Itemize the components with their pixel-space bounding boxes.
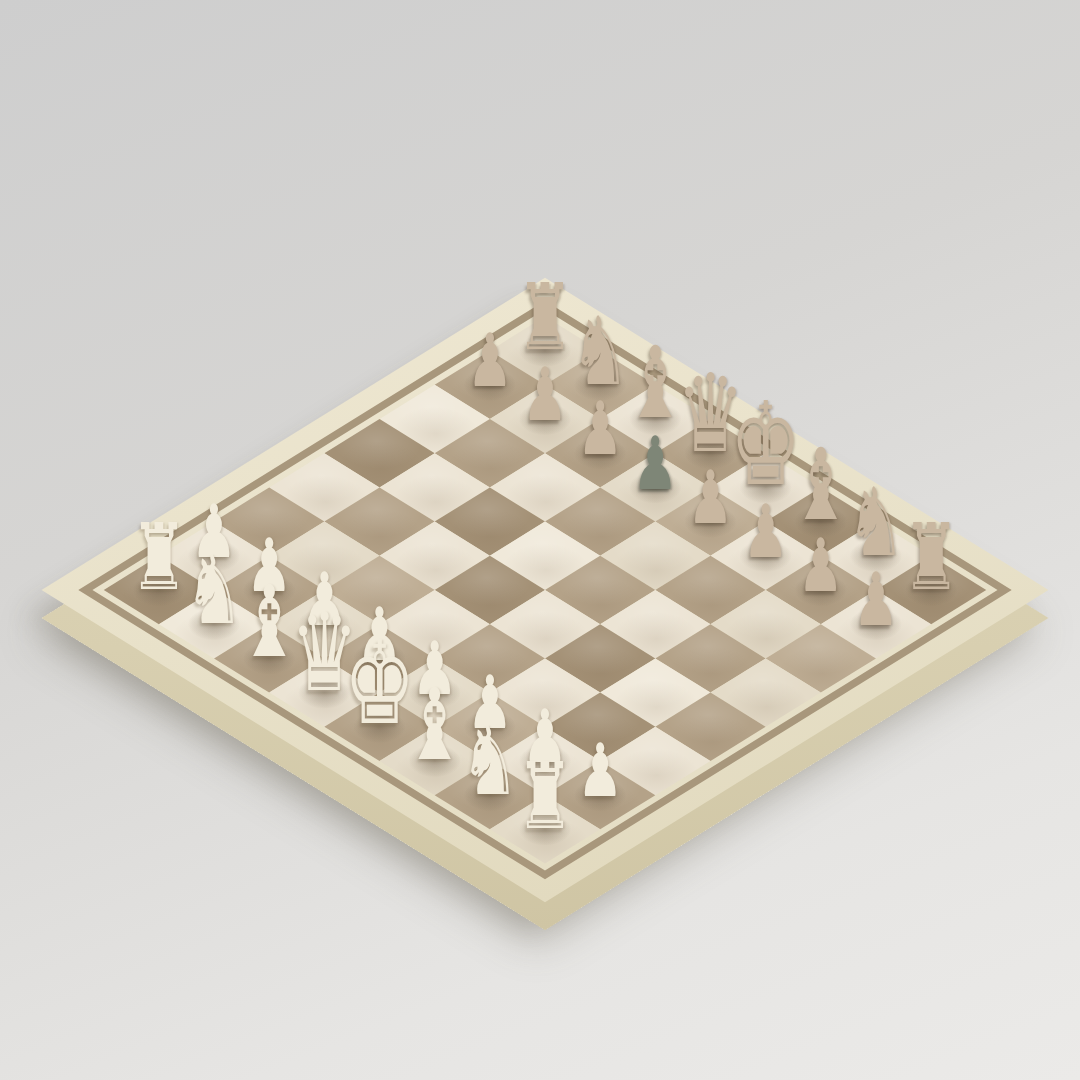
- chess-board: ♜♞♝♛♚♝♞♜♟♟♟♟♟♟♟♟♟♟♟♟♟♟♟♟♜♞♝♛♚♝♞♜: [42, 278, 1049, 902]
- board-grid: ♜♞♝♛♚♝♞♜♟♟♟♟♟♟♟♟♟♟♟♟♟♟♟♟♜♞♝♛♚♝♞♜: [104, 316, 986, 863]
- studio-backdrop: ♜♞♝♛♚♝♞♜♟♟♟♟♟♟♟♟♟♟♟♟♟♟♟♟♜♞♝♛♚♝♞♜: [0, 0, 1080, 1080]
- square-h1[interactable]: ♜: [490, 795, 600, 863]
- white-rook-h1[interactable]: ♜: [481, 753, 609, 840]
- board-frame-strip: ♜♞♝♛♚♝♞♜♟♟♟♟♟♟♟♟♟♟♟♟♟♟♟♟♜♞♝♛♚♝♞♜: [78, 301, 1011, 880]
- black-pawn-h7[interactable]: ♟: [812, 566, 940, 636]
